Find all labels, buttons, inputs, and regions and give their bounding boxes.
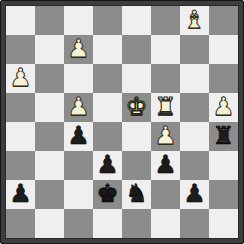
square-d3[interactable]: ♟ <box>93 151 122 180</box>
black-pawn-icon: ♟ <box>67 123 89 148</box>
black-pawn-icon: ♟ <box>96 152 118 177</box>
square-e5[interactable]: ♚ <box>122 93 151 122</box>
square-d4[interactable] <box>93 122 122 151</box>
square-a2[interactable]: ♟ <box>6 180 35 209</box>
square-c7[interactable]: ♟ <box>64 35 93 64</box>
black-rook-icon: ♜ <box>212 123 234 148</box>
square-a1[interactable] <box>6 209 35 238</box>
square-h8[interactable] <box>209 6 238 35</box>
square-h3[interactable] <box>209 151 238 180</box>
square-e4[interactable] <box>122 122 151 151</box>
square-f5[interactable]: ♜ <box>151 93 180 122</box>
square-c4[interactable]: ♟ <box>64 122 93 151</box>
square-h7[interactable] <box>209 35 238 64</box>
square-b8[interactable] <box>35 6 64 35</box>
square-g4[interactable] <box>180 122 209 151</box>
square-f1[interactable] <box>151 209 180 238</box>
square-b5[interactable] <box>35 93 64 122</box>
square-c1[interactable] <box>64 209 93 238</box>
square-a3[interactable] <box>6 151 35 180</box>
square-d7[interactable] <box>93 35 122 64</box>
square-h6[interactable] <box>209 64 238 93</box>
black-pawn-icon: ♟ <box>154 152 176 177</box>
square-b6[interactable] <box>35 64 64 93</box>
square-c8[interactable] <box>64 6 93 35</box>
square-g6[interactable] <box>180 64 209 93</box>
square-g3[interactable] <box>180 151 209 180</box>
square-g7[interactable] <box>180 35 209 64</box>
square-g2[interactable]: ♟ <box>180 180 209 209</box>
black-pawn-icon: ♟ <box>183 181 205 206</box>
square-h2[interactable] <box>209 180 238 209</box>
square-d5[interactable] <box>93 93 122 122</box>
square-b7[interactable] <box>35 35 64 64</box>
square-e6[interactable] <box>122 64 151 93</box>
white-bishop-icon: ♝ <box>183 7 205 32</box>
chess-board: ♝♟♟♟♚♜♟♟♟♜♟♟♟♚♞♟ <box>5 5 239 239</box>
square-b1[interactable] <box>35 209 64 238</box>
black-knight-icon: ♞ <box>125 181 147 206</box>
square-e1[interactable] <box>122 209 151 238</box>
square-g5[interactable] <box>180 93 209 122</box>
square-f3[interactable]: ♟ <box>151 151 180 180</box>
square-c2[interactable] <box>64 180 93 209</box>
square-c3[interactable] <box>64 151 93 180</box>
square-b3[interactable] <box>35 151 64 180</box>
white-rook-icon: ♜ <box>154 94 176 119</box>
square-a4[interactable] <box>6 122 35 151</box>
square-h1[interactable] <box>209 209 238 238</box>
white-pawn-icon: ♟ <box>9 65 31 90</box>
white-king-icon: ♚ <box>125 94 147 119</box>
square-b2[interactable] <box>35 180 64 209</box>
square-g1[interactable] <box>180 209 209 238</box>
square-h5[interactable]: ♟ <box>209 93 238 122</box>
square-f8[interactable] <box>151 6 180 35</box>
square-h4[interactable]: ♜ <box>209 122 238 151</box>
square-c6[interactable] <box>64 64 93 93</box>
square-b4[interactable] <box>35 122 64 151</box>
square-e2[interactable]: ♞ <box>122 180 151 209</box>
square-c5[interactable]: ♟ <box>64 93 93 122</box>
black-pawn-icon: ♟ <box>9 181 31 206</box>
square-e7[interactable] <box>122 35 151 64</box>
square-f7[interactable] <box>151 35 180 64</box>
square-a8[interactable] <box>6 6 35 35</box>
square-d6[interactable] <box>93 64 122 93</box>
square-d1[interactable] <box>93 209 122 238</box>
square-f4[interactable]: ♟ <box>151 122 180 151</box>
square-f2[interactable] <box>151 180 180 209</box>
square-g8[interactable]: ♝ <box>180 6 209 35</box>
square-e8[interactable] <box>122 6 151 35</box>
square-a5[interactable] <box>6 93 35 122</box>
square-e3[interactable] <box>122 151 151 180</box>
white-pawn-icon: ♟ <box>67 36 89 61</box>
white-pawn-icon: ♟ <box>212 94 234 119</box>
square-d2[interactable]: ♚ <box>93 180 122 209</box>
square-a6[interactable]: ♟ <box>6 64 35 93</box>
square-f6[interactable] <box>151 64 180 93</box>
white-pawn-icon: ♟ <box>154 123 176 148</box>
square-a7[interactable] <box>6 35 35 64</box>
white-pawn-icon: ♟ <box>67 94 89 119</box>
square-d8[interactable] <box>93 6 122 35</box>
chess-board-frame: ♝♟♟♟♚♜♟♟♟♜♟♟♟♚♞♟ <box>0 0 244 244</box>
black-king-icon: ♚ <box>96 181 118 206</box>
